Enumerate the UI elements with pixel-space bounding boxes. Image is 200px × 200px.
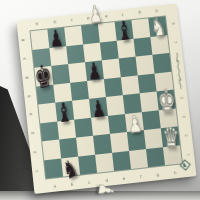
coord-label-h: h: [174, 171, 177, 175]
board-grid: [29, 15, 183, 179]
coord-label-8: 8: [171, 22, 175, 25]
square-a4: [38, 103, 57, 123]
square-e7: [100, 40, 119, 60]
coord-label-e: e: [123, 176, 126, 180]
coord-label-g: g: [138, 10, 141, 14]
square-b4: [55, 101, 74, 121]
square-h5: [154, 71, 173, 91]
square-a8: [31, 29, 50, 49]
square-h4: [157, 90, 176, 110]
chess-board: abcdefgh abcdefgh 87654321 87654321 ♞ ♟♝…: [16, 3, 196, 194]
coord-label-3: 3: [182, 115, 186, 118]
photo-scene: abcdefgh abcdefgh 87654321 87654321 ♞ ♟♝…: [0, 0, 200, 200]
square-d3: [91, 115, 110, 135]
coord-label-h: h: [155, 8, 158, 12]
coord-label-7: 7: [24, 57, 28, 60]
square-d5: [87, 79, 106, 99]
brand-script-mark: [172, 51, 186, 92]
square-h2: [161, 126, 180, 146]
square-d6: [85, 60, 104, 80]
square-f4: [123, 93, 142, 113]
square-a6: [34, 66, 53, 86]
square-f5: [121, 75, 140, 95]
square-c8: [64, 26, 83, 46]
coord-label-6: 6: [26, 76, 30, 79]
maker-logo: ♞: [178, 158, 191, 171]
square-c5: [70, 81, 89, 101]
coord-label-b: b: [53, 20, 56, 24]
coord-label-7: 7: [173, 41, 177, 44]
square-f8: [115, 20, 134, 40]
coord-label-e: e: [105, 14, 108, 18]
square-f3: [125, 112, 144, 132]
coord-label-a: a: [53, 184, 56, 188]
coord-label-g: g: [156, 173, 159, 177]
coord-label-c: c: [88, 180, 91, 184]
square-e8: [98, 22, 117, 42]
coord-label-f: f: [140, 174, 142, 178]
coord-label-4: 4: [180, 97, 184, 100]
square-d2: [93, 134, 112, 154]
square-h3: [159, 108, 178, 128]
square-e6: [102, 58, 121, 78]
square-h7: [150, 35, 169, 55]
coord-label-2: 2: [184, 134, 188, 137]
square-c6: [68, 62, 87, 82]
square-a2: [42, 139, 61, 159]
square-e5: [104, 77, 123, 97]
square-c4: [72, 99, 91, 119]
square-c2: [76, 136, 95, 156]
square-d1: [95, 152, 114, 172]
square-e4: [106, 95, 125, 115]
square-c1: [78, 154, 97, 174]
square-g4: [140, 91, 159, 111]
square-b6: [51, 64, 70, 84]
coord-label-2: 2: [34, 151, 38, 154]
square-g3: [142, 110, 161, 130]
coord-label-c: c: [70, 18, 73, 22]
square-d4: [89, 97, 108, 117]
coord-label-f: f: [122, 12, 124, 16]
square-f6: [119, 57, 138, 77]
square-a5: [36, 84, 55, 104]
square-b1: [61, 156, 80, 176]
coord-label-a: a: [36, 21, 39, 25]
square-a3: [40, 121, 59, 141]
square-c7: [66, 44, 85, 64]
square-g7: [133, 37, 152, 57]
square-b3: [57, 119, 76, 139]
coord-label-3: 3: [32, 132, 36, 135]
square-g2: [144, 128, 163, 148]
square-g6: [136, 55, 155, 75]
square-h8: [148, 17, 167, 37]
square-h6: [152, 53, 171, 73]
knight-emblem-icon: ♞: [182, 161, 188, 169]
square-e1: [112, 150, 131, 170]
coord-label-b: b: [71, 182, 74, 186]
square-g1: [146, 147, 165, 167]
square-e3: [108, 114, 127, 134]
square-f2: [127, 130, 146, 150]
square-b5: [53, 82, 72, 102]
square-g8: [131, 18, 150, 38]
square-b2: [59, 138, 78, 158]
square-g5: [138, 73, 157, 93]
coord-label-5: 5: [28, 94, 32, 97]
coord-label-1: 1: [36, 169, 40, 172]
square-b7: [49, 46, 68, 66]
coord-label-d: d: [105, 178, 108, 182]
square-a7: [32, 48, 51, 68]
square-a1: [44, 158, 63, 178]
coord-label-4: 4: [30, 113, 34, 116]
square-e2: [110, 132, 129, 152]
coord-label-8: 8: [22, 39, 26, 42]
square-f1: [129, 149, 148, 169]
square-c3: [74, 117, 93, 137]
square-f7: [117, 38, 136, 58]
coord-label-d: d: [87, 16, 90, 20]
square-b8: [47, 28, 66, 48]
square-d7: [83, 42, 102, 62]
square-d8: [81, 24, 100, 44]
coord-label-1: 1: [186, 153, 190, 156]
